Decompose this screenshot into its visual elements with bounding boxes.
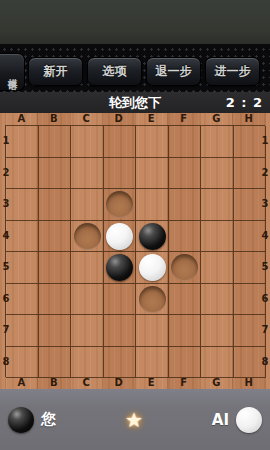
cell-g6[interactable] [201, 284, 234, 316]
player-black-stone-icon [8, 407, 34, 433]
col-label-g: G [200, 377, 233, 389]
row-label-right-4: 4 [260, 220, 270, 252]
col-label-a: A [5, 377, 38, 389]
column-labels-bottom: ABCDEFGH [5, 377, 265, 389]
legal-move-hint-e6[interactable] [139, 286, 166, 313]
col-label-h: H [233, 113, 266, 125]
cell-c3[interactable] [71, 189, 104, 221]
col-label-e: E [135, 113, 168, 125]
cell-g8[interactable] [201, 347, 234, 379]
col-label-d: D [103, 377, 136, 389]
col-label-h: H [233, 377, 266, 389]
row-label-right-5: 5 [260, 251, 270, 283]
row-label-left-3: 3 [1, 188, 11, 220]
app-screen: 棋谱 新开 选项 退一步 进一步 轮到您下 2 : 2 ABCDEFGH ABC… [0, 0, 270, 450]
row-label-right-2: 2 [260, 157, 270, 189]
col-label-c: C [70, 113, 103, 125]
difficulty-star-icon: ★ [125, 408, 143, 432]
cell-b3[interactable] [39, 189, 72, 221]
cell-b4[interactable] [39, 221, 72, 253]
undo-button[interactable]: 退一步 [146, 57, 201, 86]
cell-d8[interactable] [104, 347, 137, 379]
cell-c5[interactable] [71, 252, 104, 284]
cell-e2[interactable] [136, 158, 169, 190]
score-display: 2 : 2 [226, 95, 263, 110]
row-label-left-1: 1 [1, 125, 11, 157]
cell-d1[interactable] [104, 126, 137, 158]
cell-e8[interactable] [136, 347, 169, 379]
row-label-left-7: 7 [1, 314, 11, 346]
col-label-b: B [38, 377, 71, 389]
row-label-left-8: 8 [1, 346, 11, 378]
status-bar-area [0, 0, 270, 44]
player-info-bar: 您 ★ AI [0, 389, 270, 450]
cell-b8[interactable] [39, 347, 72, 379]
col-label-e: E [135, 377, 168, 389]
cell-b6[interactable] [39, 284, 72, 316]
black-disc-e4 [139, 223, 166, 250]
difficulty-section: ★ [56, 408, 212, 432]
cell-d2[interactable] [104, 158, 137, 190]
col-label-f: F [168, 377, 201, 389]
ai-label: AI [212, 411, 229, 429]
col-label-d: D [103, 113, 136, 125]
player-section: 您 [0, 407, 56, 433]
cell-g1[interactable] [201, 126, 234, 158]
game-status-bar: 轮到您下 2 : 2 [0, 92, 270, 113]
row-label-right-1: 1 [260, 125, 270, 157]
col-label-f: F [168, 113, 201, 125]
cell-e3[interactable] [136, 189, 169, 221]
row-label-left-2: 2 [1, 157, 11, 189]
row-label-right-3: 3 [260, 188, 270, 220]
col-label-a: A [5, 113, 38, 125]
othello-board: ABCDEFGH ABCDEFGH 1122334455667788 [0, 113, 270, 389]
cell-f8[interactable] [169, 347, 202, 379]
toolbar: 棋谱 新开 选项 退一步 进一步 [0, 44, 270, 93]
cell-f4[interactable] [169, 221, 202, 253]
cell-e7[interactable] [136, 315, 169, 347]
row-label-right-6: 6 [260, 283, 270, 315]
new-game-button[interactable]: 新开 [28, 57, 83, 86]
cell-b7[interactable] [39, 315, 72, 347]
cell-b2[interactable] [39, 158, 72, 190]
white-disc-e5 [139, 254, 166, 281]
cell-c6[interactable] [71, 284, 104, 316]
cell-f2[interactable] [169, 158, 202, 190]
ai-white-stone-icon [236, 407, 262, 433]
row-label-left-5: 5 [1, 251, 11, 283]
cell-g5[interactable] [201, 252, 234, 284]
cell-d6[interactable] [104, 284, 137, 316]
cell-g4[interactable] [201, 221, 234, 253]
col-label-b: B [38, 113, 71, 125]
redo-button[interactable]: 进一步 [205, 57, 260, 86]
ai-section: AI [212, 407, 270, 433]
cell-c2[interactable] [71, 158, 104, 190]
cell-f1[interactable] [169, 126, 202, 158]
legal-move-hint-c4[interactable] [74, 223, 101, 250]
column-labels-top: ABCDEFGH [5, 113, 265, 125]
options-button[interactable]: 选项 [87, 57, 142, 86]
row-label-left-6: 6 [1, 283, 11, 315]
cell-g2[interactable] [201, 158, 234, 190]
cell-d7[interactable] [104, 315, 137, 347]
cell-f7[interactable] [169, 315, 202, 347]
cell-f6[interactable] [169, 284, 202, 316]
cell-c7[interactable] [71, 315, 104, 347]
board-grid [5, 125, 265, 377]
cell-f3[interactable] [169, 189, 202, 221]
player-label: 您 [41, 410, 56, 429]
col-label-c: C [70, 377, 103, 389]
cell-b5[interactable] [39, 252, 72, 284]
cell-g3[interactable] [201, 189, 234, 221]
row-label-left-4: 4 [1, 220, 11, 252]
cell-g7[interactable] [201, 315, 234, 347]
cell-b1[interactable] [39, 126, 72, 158]
cell-c8[interactable] [71, 347, 104, 379]
kifu-side-tab[interactable]: 棋谱 [0, 53, 25, 91]
cell-e1[interactable] [136, 126, 169, 158]
row-label-right-8: 8 [260, 346, 270, 378]
row-label-right-7: 7 [260, 314, 270, 346]
white-disc-d4 [106, 223, 133, 250]
cell-c1[interactable] [71, 126, 104, 158]
col-label-g: G [200, 113, 233, 125]
